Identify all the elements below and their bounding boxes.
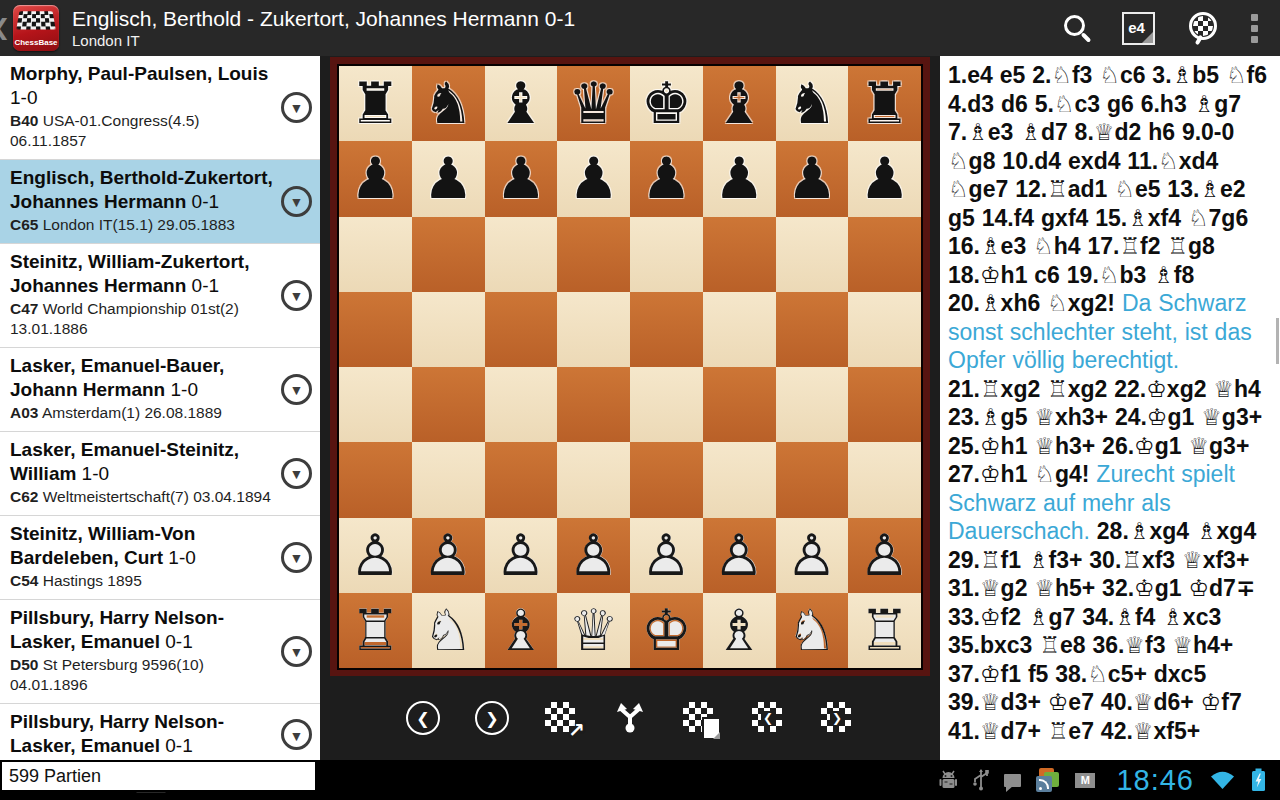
player-names: Lasker, Emanuel-Steinitz, William	[10, 439, 239, 484]
previous-game-button[interactable]: ❮	[750, 700, 786, 736]
board-square[interactable]	[412, 367, 485, 442]
usb-icon	[973, 769, 989, 791]
game-detail: C54 Hastings 1895	[10, 571, 274, 591]
board-square[interactable]	[630, 217, 703, 292]
eco-code: C65	[10, 216, 38, 233]
game-list-item[interactable]: Morphy, Paul-Paulsen, Louis 1-0B40 USA-0…	[0, 56, 320, 160]
board-square[interactable]	[848, 217, 921, 292]
game-count-toast: 599 Partien	[0, 760, 317, 792]
board-square[interactable]: ♝	[703, 66, 776, 141]
board-square[interactable]: ♟	[630, 141, 703, 216]
board-grid: ♜♞♝♛♚♝♞♜♟♟♟♟♟♟♟♟♟♙♟♙♟♙♟♙♟♙♟♙♟♙♟♙♜♖♞♘♝♗♛♕…	[339, 66, 921, 668]
board-square[interactable]: ♚♔	[630, 593, 703, 668]
expand-game-button[interactable]: ▼	[281, 636, 312, 667]
chess-board: ♜♞♝♛♚♝♞♜♟♟♟♟♟♟♟♟♟♙♟♙♟♙♟♙♟♙♟♙♟♙♟♙♜♖♞♘♝♗♛♕…	[330, 57, 930, 677]
board-square[interactable]	[557, 442, 630, 517]
position-search-icon[interactable]	[1185, 10, 1219, 46]
game-list-item[interactable]: Pillsbury, Harry Nelson-Lasker, Emanuel …	[0, 600, 320, 704]
battery-charging-icon	[1251, 768, 1266, 792]
board-square[interactable]: ♟♙	[412, 518, 485, 593]
player-names: Morphy, Paul-Paulsen, Louis	[10, 63, 268, 84]
board-square[interactable]	[412, 442, 485, 517]
piece-white-king-outline: ♔	[630, 593, 703, 668]
previous-move-button[interactable]: ❮	[405, 700, 441, 736]
board-square[interactable]: ♟♙	[703, 518, 776, 593]
piece-white-pawn-outline: ♙	[557, 518, 630, 593]
down-triangle-icon: ▼	[290, 467, 304, 481]
game-list-item[interactable]: Steinitz, William-Von Bardeleben, Curt 1…	[0, 516, 320, 600]
board-square[interactable]: ♟♙	[848, 518, 921, 593]
chevron-left-icon: ❮	[761, 711, 776, 726]
board-pane: ♜♞♝♛♚♝♞♜♟♟♟♟♟♟♟♟♟♙♟♙♟♙♟♙♟♙♟♙♟♙♟♙♜♖♞♘♝♗♛♕…	[320, 56, 940, 760]
piece-black-pawn: ♟	[776, 141, 849, 216]
piece-black-pawn: ♟	[485, 141, 558, 216]
piece-white-rook-outline: ♖	[848, 593, 921, 668]
game-detail: A03 Amsterdam(1) 26.08.1889	[10, 403, 274, 423]
board-square[interactable]: ♛♕	[557, 593, 630, 668]
piece-white-pawn-outline: ♙	[776, 518, 849, 593]
piece-white-pawn-outline: ♙	[630, 518, 703, 593]
status-clock: 18:46	[1116, 764, 1194, 797]
game-title: Englisch, Berthold-Zukertort, Johannes H…	[10, 166, 274, 214]
board-square[interactable]	[557, 217, 630, 292]
piece-white-pawn-outline: ♙	[339, 518, 412, 593]
game-list-item[interactable]: Englisch, Berthold-Zukertort, Johannes H…	[0, 160, 320, 244]
board-square[interactable]	[703, 292, 776, 367]
board-square[interactable]: ♜♖	[339, 593, 412, 668]
piece-black-queen: ♛	[557, 66, 630, 141]
down-triangle-icon: ▼	[290, 289, 304, 303]
board-square[interactable]: ♟♙	[776, 518, 849, 593]
game-title: Steinitz, William-Zukertort, Johannes He…	[10, 250, 274, 298]
board-square[interactable]	[339, 292, 412, 367]
variations-button[interactable]	[612, 700, 648, 736]
eco-code: C47	[10, 300, 38, 317]
gmail-icon: M	[1075, 773, 1095, 788]
game-title: Pillsbury, Harry Nelson-Lasker, Emanuel …	[10, 710, 274, 758]
board-square[interactable]	[703, 367, 776, 442]
piece-white-pawn-outline: ♙	[412, 518, 485, 593]
player-names: Pillsbury, Harry Nelson-Lasker, Emanuel	[10, 711, 224, 756]
e4-board-icon[interactable]: e4	[1122, 12, 1155, 45]
piece-black-bishop: ♝	[703, 66, 776, 141]
piece-black-pawn: ♟	[339, 141, 412, 216]
logo-chessboard-icon	[16, 11, 55, 29]
piece-black-pawn: ♟	[848, 141, 921, 216]
piece-black-knight: ♞	[412, 66, 485, 141]
board-square[interactable]: ♝♗	[485, 593, 558, 668]
arrow-icon: ↗	[568, 718, 585, 742]
game-detail: B40 USA-01.Congress(4.5) 06.11.1857	[10, 111, 274, 151]
board-square[interactable]: ♚	[630, 66, 703, 141]
game-toolbar: ❮ ❯ ↗ ❮ ❯	[320, 676, 940, 760]
piece-white-queen-outline: ♕	[557, 593, 630, 668]
board-square[interactable]	[848, 292, 921, 367]
variation-fork-icon	[613, 701, 647, 735]
board-square[interactable]	[776, 292, 849, 367]
game-list-item[interactable]: Pillsbury, Harry Nelson-Lasker, Emanuel …	[0, 704, 320, 760]
board-square[interactable]: ♞	[412, 66, 485, 141]
actionbar-actions: e4	[1062, 10, 1260, 46]
board-square[interactable]: ♞	[776, 66, 849, 141]
board-square[interactable]	[485, 442, 558, 517]
down-triangle-icon: ▼	[290, 195, 304, 209]
down-triangle-icon: ▼	[290, 551, 304, 565]
next-move-button[interactable]: ❯	[474, 700, 510, 736]
board-square[interactable]: ♟♙	[339, 518, 412, 593]
game-title: Pillsbury, Harry Nelson-Lasker, Emanuel …	[10, 606, 274, 654]
piece-white-pawn-outline: ♙	[703, 518, 776, 593]
chat-icon	[1004, 774, 1021, 787]
piece-white-bishop-outline: ♗	[703, 593, 776, 668]
eco-code: C54	[10, 572, 38, 589]
game-document-button[interactable]	[681, 700, 717, 736]
next-game-button[interactable]: ❯	[819, 700, 855, 736]
expand-game-button[interactable]: ▼	[281, 92, 312, 123]
overflow-menu-icon[interactable]	[1249, 12, 1260, 45]
expand-game-button[interactable]: ▼	[281, 374, 312, 405]
piece-black-king: ♚	[630, 66, 703, 141]
eco-code: C62	[10, 488, 38, 505]
piece-white-rook-outline: ♖	[339, 593, 412, 668]
board-square[interactable]	[339, 442, 412, 517]
expand-game-button[interactable]: ▼	[281, 280, 312, 311]
board-square[interactable]: ♝♗	[703, 593, 776, 668]
board-square[interactable]	[776, 367, 849, 442]
search-icon[interactable]	[1062, 12, 1092, 44]
expand-game-button[interactable]: ▼	[281, 186, 312, 217]
action-bar: ❮ ChessBase Englisch, Berthold - Zukerto…	[0, 0, 1280, 56]
board-square[interactable]: ♞♘	[412, 593, 485, 668]
game-list-item[interactable]: Steinitz, William-Zukertort, Johannes He…	[0, 244, 320, 348]
game-detail: C47 World Championship 01st(2) 13.01.188…	[10, 299, 274, 339]
game-list-item[interactable]: Lasker, Emanuel-Bauer, Johann Hermann 1-…	[0, 348, 320, 432]
load-board-button[interactable]: ↗	[543, 700, 579, 736]
back-caret-icon[interactable]: ❮	[0, 0, 11, 56]
eco-code: B40	[10, 112, 38, 129]
board-square[interactable]: ♜	[848, 66, 921, 141]
game-list-item[interactable]: Lasker, Emanuel-Steinitz, William 1-0C62…	[0, 432, 320, 516]
document-icon	[702, 717, 721, 740]
board-square[interactable]: ♞♘	[776, 593, 849, 668]
game-detail: C65 London IT(15.1) 29.05.1883	[10, 215, 274, 235]
piece-white-knight-outline: ♘	[776, 593, 849, 668]
board-square[interactable]: ♟	[776, 141, 849, 216]
move-text[interactable]: 28.♗xg4 ♗xg4 29.♖f1 ♗f3+ 30.♖xf3 ♕xf3+ 3…	[948, 518, 1256, 744]
player-names: Lasker, Emanuel-Bauer, Johann Hermann	[10, 355, 224, 400]
board-square[interactable]	[630, 367, 703, 442]
board-square[interactable]	[630, 442, 703, 517]
game-detail: C62 Weltmeistertschaft(7) 03.04.1894	[10, 487, 274, 507]
piece-black-knight: ♞	[776, 66, 849, 141]
game-title: Steinitz, William-Von Bardeleben, Curt 1…	[10, 522, 274, 570]
piece-black-rook: ♜	[848, 66, 921, 141]
board-square[interactable]	[848, 367, 921, 442]
board-square[interactable]: ♟♙	[485, 518, 558, 593]
board-square[interactable]	[630, 292, 703, 367]
piece-black-pawn: ♟	[703, 141, 776, 216]
notation-scrollbar[interactable]	[1276, 318, 1279, 364]
board-square[interactable]: ♟	[339, 141, 412, 216]
wifi-icon	[1209, 769, 1236, 791]
down-triangle-icon: ▼	[290, 101, 304, 115]
board-square[interactable]	[412, 292, 485, 367]
move-text[interactable]: 1.e4 e5 2.♘f3 ♘c6 3.♗b5 ♘f6 4.d3 d6 5.♘c…	[948, 62, 1267, 316]
board-square[interactable]	[776, 442, 849, 517]
chevron-right-icon: ❯	[830, 711, 845, 726]
piece-black-rook: ♜	[339, 66, 412, 141]
player-names: Englisch, Berthold-Zukertort, Johannes H…	[10, 167, 273, 212]
board-square[interactable]	[848, 442, 921, 517]
chessbase-logo[interactable]: ChessBase	[13, 5, 59, 51]
board-square[interactable]	[557, 367, 630, 442]
game-title: Morphy, Paul-Paulsen, Louis 1-0	[10, 62, 274, 110]
piece-white-knight-outline: ♘	[412, 593, 485, 668]
board-square[interactable]	[412, 217, 485, 292]
player-names: Steinitz, William-Von Bardeleben, Curt	[10, 523, 195, 568]
board-square[interactable]: ♟	[485, 141, 558, 216]
page-subtitle: London IT	[72, 31, 575, 50]
board-square[interactable]: ♜♖	[848, 593, 921, 668]
board-square[interactable]: ♟♙	[630, 518, 703, 593]
piece-white-pawn-outline: ♙	[848, 518, 921, 593]
player-names: Steinitz, William-Zukertort, Johannes He…	[10, 251, 249, 296]
down-triangle-icon: ▼	[290, 728, 304, 742]
eco-code: D50	[10, 656, 38, 673]
status-icons: M 18:46	[939, 764, 1266, 797]
game-title: Lasker, Emanuel-Bauer, Johann Hermann 1-…	[10, 354, 274, 402]
down-triangle-icon: ▼	[290, 383, 304, 397]
eco-code: A03	[10, 404, 38, 421]
actionbar-titles: Englisch, Berthold - Zukertort, Johannes…	[72, 6, 575, 50]
board-square[interactable]: ♟	[848, 141, 921, 216]
board-square[interactable]: ♟	[703, 141, 776, 216]
board-square[interactable]	[703, 442, 776, 517]
board-square[interactable]: ♟♙	[557, 518, 630, 593]
expand-game-button[interactable]: ▼	[281, 458, 312, 489]
piece-white-pawn-outline: ♙	[485, 518, 558, 593]
notation-panel[interactable]: 1.e4 e5 2.♘f3 ♘c6 3.♗b5 ♘f6 4.d3 d6 5.♘c…	[940, 56, 1280, 760]
board-square[interactable]: ♜	[339, 66, 412, 141]
expand-game-button[interactable]: ▼	[281, 542, 312, 573]
board-square[interactable]	[557, 292, 630, 367]
board-square[interactable]: ♝	[485, 66, 558, 141]
logo-text: ChessBase	[13, 38, 59, 47]
piece-black-bishop: ♝	[485, 66, 558, 141]
board-square[interactable]: ♟	[557, 141, 630, 216]
board-square[interactable]	[703, 217, 776, 292]
piece-black-pawn: ♟	[557, 141, 630, 216]
board-square[interactable]: ♟	[412, 141, 485, 216]
adb-debug-icon	[939, 769, 958, 791]
board-square[interactable]	[485, 217, 558, 292]
board-square[interactable]	[339, 217, 412, 292]
game-title: Lasker, Emanuel-Steinitz, William 1-0	[10, 438, 274, 486]
feed-reader-icon	[1036, 768, 1060, 792]
piece-black-pawn: ♟	[412, 141, 485, 216]
expand-game-button[interactable]: ▼	[281, 719, 312, 750]
piece-white-bishop-outline: ♗	[485, 593, 558, 668]
board-square[interactable]	[485, 292, 558, 367]
down-triangle-icon: ▼	[290, 645, 304, 659]
board-square[interactable]	[339, 367, 412, 442]
player-names: Pillsbury, Harry Nelson-Lasker, Emanuel	[10, 607, 224, 652]
piece-black-pawn: ♟	[630, 141, 703, 216]
game-list[interactable]: Morphy, Paul-Paulsen, Louis 1-0B40 USA-0…	[0, 56, 320, 760]
board-square[interactable]	[485, 367, 558, 442]
page-title: Englisch, Berthold - Zukertort, Johannes…	[72, 6, 575, 31]
board-square[interactable]	[776, 217, 849, 292]
board-square[interactable]: ♛	[557, 66, 630, 141]
game-detail: D50 St Petersburg 9596(10) 04.01.1896	[10, 655, 274, 695]
